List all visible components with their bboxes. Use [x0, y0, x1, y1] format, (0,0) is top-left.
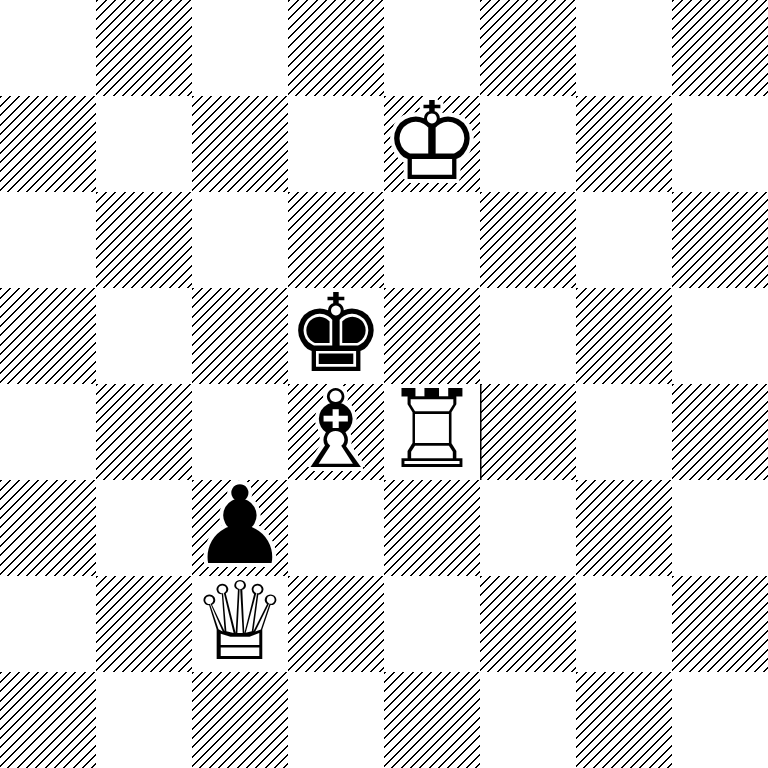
square-f5[interactable] [480, 288, 576, 384]
square-e2[interactable] [384, 576, 480, 672]
square-c5[interactable] [192, 288, 288, 384]
square-e1[interactable] [384, 672, 480, 768]
square-f7[interactable] [480, 96, 576, 192]
square-a4[interactable] [0, 384, 96, 480]
square-g3[interactable] [576, 480, 672, 576]
square-b6[interactable] [96, 192, 192, 288]
piece-white-rook[interactable]: ♜♖ [384, 384, 480, 480]
square-g8[interactable] [576, 0, 672, 96]
square-b8[interactable] [96, 0, 192, 96]
square-e3[interactable] [384, 480, 480, 576]
square-f3[interactable] [480, 480, 576, 576]
chessboard: ♚♔♚♚♝♗♜♖♟♟♛♕ [0, 0, 768, 768]
square-h5[interactable] [672, 288, 768, 384]
square-g7[interactable] [576, 96, 672, 192]
square-e6[interactable] [384, 192, 480, 288]
square-d8[interactable] [288, 0, 384, 96]
piece-glyph-white-queen: ♕ [192, 568, 289, 676]
square-a8[interactable] [0, 0, 96, 96]
square-b7[interactable] [96, 96, 192, 192]
square-d2[interactable] [288, 576, 384, 672]
square-a1[interactable] [0, 672, 96, 768]
square-f6[interactable] [480, 192, 576, 288]
square-h8[interactable] [672, 0, 768, 96]
piece-white-queen[interactable]: ♛♕ [192, 576, 288, 672]
square-g6[interactable] [576, 192, 672, 288]
piece-glyph-white-rook: ♖ [384, 376, 481, 484]
square-g4[interactable] [576, 384, 672, 480]
square-e7[interactable]: ♚♔ [384, 96, 480, 192]
square-g5[interactable] [576, 288, 672, 384]
square-b3[interactable] [96, 480, 192, 576]
square-f2[interactable] [480, 576, 576, 672]
piece-glyph-white-king: ♔ [384, 88, 481, 196]
square-a3[interactable] [0, 480, 96, 576]
piece-white-bishop[interactable]: ♝♗ [288, 384, 384, 480]
square-c8[interactable] [192, 0, 288, 96]
square-b1[interactable] [96, 672, 192, 768]
square-h2[interactable] [672, 576, 768, 672]
square-a2[interactable] [0, 576, 96, 672]
square-f1[interactable] [480, 672, 576, 768]
square-h4[interactable] [672, 384, 768, 480]
square-h6[interactable] [672, 192, 768, 288]
square-a6[interactable] [0, 192, 96, 288]
square-c6[interactable] [192, 192, 288, 288]
square-c2[interactable]: ♛♕ [192, 576, 288, 672]
square-c1[interactable] [192, 672, 288, 768]
square-b4[interactable] [96, 384, 192, 480]
square-f8[interactable] [480, 0, 576, 96]
piece-glyph-white-bishop: ♗ [288, 376, 385, 484]
square-b5[interactable] [96, 288, 192, 384]
square-d4[interactable]: ♝♗ [288, 384, 384, 480]
square-d7[interactable] [288, 96, 384, 192]
square-g2[interactable] [576, 576, 672, 672]
square-c7[interactable] [192, 96, 288, 192]
piece-white-king[interactable]: ♚♔ [384, 96, 480, 192]
square-e4[interactable]: ♜♖ [384, 384, 480, 480]
square-a5[interactable] [0, 288, 96, 384]
square-d3[interactable] [288, 480, 384, 576]
square-h1[interactable] [672, 672, 768, 768]
square-h3[interactable] [672, 480, 768, 576]
square-b2[interactable] [96, 576, 192, 672]
square-a7[interactable] [0, 96, 96, 192]
square-h7[interactable] [672, 96, 768, 192]
square-f4[interactable] [480, 384, 576, 480]
square-g1[interactable] [576, 672, 672, 768]
square-d1[interactable] [288, 672, 384, 768]
